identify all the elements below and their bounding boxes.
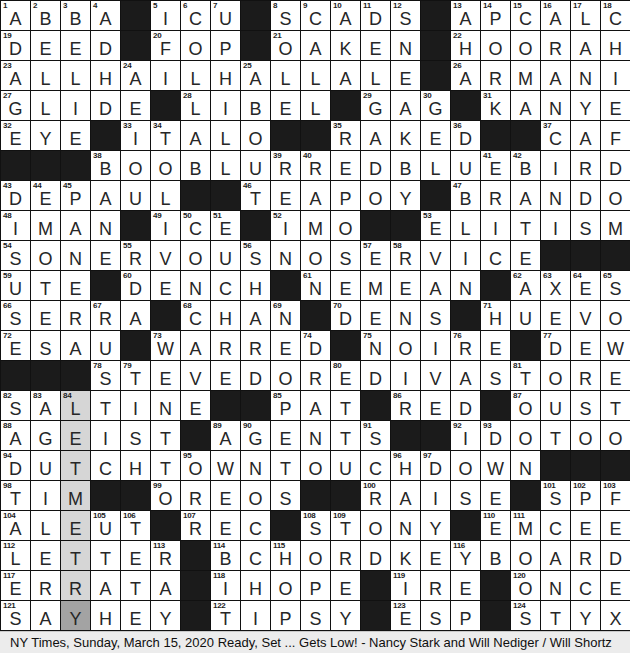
cell-5-7[interactable]: A xyxy=(181,121,211,151)
cell-7-11[interactable]: A xyxy=(301,181,331,211)
cell-4-17[interactable]: 31K xyxy=(481,91,511,121)
cell-16-11[interactable]: O xyxy=(301,451,331,481)
cell-17-16[interactable]: S xyxy=(451,481,481,511)
cell-20-5[interactable]: T xyxy=(121,571,151,601)
cell-3-4[interactable]: H xyxy=(91,61,121,91)
cell-12-10[interactable]: E xyxy=(271,331,301,361)
cell-17-19[interactable]: 101S xyxy=(541,481,571,511)
cell-14-19[interactable]: U xyxy=(541,391,571,421)
cell-14-5[interactable]: I xyxy=(121,391,151,421)
cell-2-14[interactable]: N xyxy=(391,31,421,61)
cell-2-16[interactable]: 22H xyxy=(451,31,481,61)
cell-16-7[interactable]: 95O xyxy=(181,451,211,481)
cell-4-7[interactable]: 28L xyxy=(181,91,211,121)
cell-5-6[interactable]: 34T xyxy=(151,121,181,151)
cell-13-15[interactable]: V xyxy=(421,361,451,391)
cell-15-10[interactable]: E xyxy=(271,421,301,451)
cell-8-4[interactable]: N xyxy=(91,211,121,241)
cell-19-14[interactable]: K xyxy=(391,541,421,571)
cell-8-11[interactable]: M xyxy=(301,211,331,241)
cell-12-17[interactable]: E xyxy=(481,331,511,361)
cell-13-12[interactable]: 80E xyxy=(331,361,361,391)
cell-1-16[interactable]: 13A xyxy=(451,1,481,31)
cell-11-13[interactable]: E xyxy=(361,301,391,331)
cell-14-14[interactable]: 86R xyxy=(391,391,421,421)
cell-11-12[interactable]: 70D xyxy=(331,301,361,331)
cell-5-3[interactable]: E xyxy=(61,121,91,151)
cell-17-14[interactable]: A xyxy=(391,481,421,511)
cell-18-14[interactable]: N xyxy=(391,511,421,541)
cell-6-6[interactable]: O xyxy=(151,151,181,181)
cell-16-18[interactable]: N xyxy=(511,451,541,481)
cell-21-10[interactable]: P xyxy=(271,601,301,631)
cell-11-3[interactable]: R xyxy=(61,301,91,331)
cell-14-2[interactable]: 83A xyxy=(31,391,61,421)
cell-18-1[interactable]: 104A xyxy=(1,511,31,541)
cell-16-14[interactable]: 96H xyxy=(391,451,421,481)
cell-19-9[interactable]: C xyxy=(241,541,271,571)
cell-9-6[interactable]: V xyxy=(151,241,181,271)
cell-7-5[interactable]: U xyxy=(121,181,151,211)
cell-15-11[interactable]: N xyxy=(301,421,331,451)
cell-18-5[interactable]: 106T xyxy=(121,511,151,541)
cell-3-3[interactable]: L xyxy=(61,61,91,91)
cell-18-7[interactable]: 107R xyxy=(181,511,211,541)
cell-8-12[interactable]: O xyxy=(331,211,361,241)
cell-19-8[interactable]: 114B xyxy=(211,541,241,571)
cell-5-9[interactable]: O xyxy=(241,121,271,151)
cell-9-8[interactable]: U xyxy=(211,241,241,271)
cell-16-13[interactable]: C xyxy=(361,451,391,481)
cell-2-6[interactable]: 20F xyxy=(151,31,181,61)
cell-19-6[interactable]: 113R xyxy=(151,541,181,571)
cell-10-13[interactable]: M xyxy=(361,271,391,301)
cell-15-21[interactable]: O xyxy=(601,421,630,451)
cell-7-13[interactable]: O xyxy=(361,181,391,211)
cell-7-3[interactable]: 45P xyxy=(61,181,91,211)
cell-9-13[interactable]: 57E xyxy=(361,241,391,271)
cell-12-9[interactable]: R xyxy=(241,331,271,361)
cell-13-11[interactable]: R xyxy=(301,361,331,391)
cell-6-20[interactable]: R xyxy=(571,151,601,181)
cell-4-18[interactable]: A xyxy=(511,91,541,121)
cell-11-9[interactable]: A xyxy=(241,301,271,331)
cell-6-11[interactable]: 40R xyxy=(301,151,331,181)
cell-1-2[interactable]: 2B xyxy=(31,1,61,31)
cell-8-17[interactable]: I xyxy=(481,211,511,241)
cell-6-19[interactable]: I xyxy=(541,151,571,181)
cell-8-18[interactable]: T xyxy=(511,211,541,241)
cell-16-1[interactable]: 94D xyxy=(1,451,31,481)
cell-4-15[interactable]: 30G xyxy=(421,91,451,121)
cell-7-4[interactable]: A xyxy=(91,181,121,211)
cell-3-6[interactable]: I xyxy=(151,61,181,91)
cell-11-15[interactable]: S xyxy=(421,301,451,331)
cell-20-16[interactable]: E xyxy=(451,571,481,601)
cell-5-21[interactable]: F xyxy=(601,121,630,151)
cell-17-2[interactable]: I xyxy=(31,481,61,511)
cell-6-4[interactable]: 38B xyxy=(91,151,121,181)
cell-4-19[interactable]: N xyxy=(541,91,571,121)
cell-6-5[interactable]: O xyxy=(121,151,151,181)
cell-9-11[interactable]: O xyxy=(301,241,331,271)
cell-6-12[interactable]: E xyxy=(331,151,361,181)
cell-18-4[interactable]: 105U xyxy=(91,511,121,541)
cell-12-2[interactable]: S xyxy=(31,331,61,361)
cell-3-16[interactable]: 26A xyxy=(451,61,481,91)
cell-13-6[interactable]: E xyxy=(151,361,181,391)
cell-15-19[interactable]: T xyxy=(541,421,571,451)
cell-4-14[interactable]: A xyxy=(391,91,421,121)
cell-5-16[interactable]: 36D xyxy=(451,121,481,151)
cell-5-2[interactable]: Y xyxy=(31,121,61,151)
cell-7-10[interactable]: E xyxy=(271,181,301,211)
cell-16-2[interactable]: U xyxy=(31,451,61,481)
cell-19-19[interactable]: A xyxy=(541,541,571,571)
cell-13-7[interactable]: V xyxy=(181,361,211,391)
cell-19-5[interactable]: E xyxy=(121,541,151,571)
cell-15-1[interactable]: 88A xyxy=(1,421,31,451)
cell-1-4[interactable]: 4A xyxy=(91,1,121,31)
cell-18-11[interactable]: 108S xyxy=(301,511,331,541)
cell-4-1[interactable]: 27G xyxy=(1,91,31,121)
cell-7-16[interactable]: 47B xyxy=(451,181,481,211)
cell-5-1[interactable]: 32E xyxy=(1,121,31,151)
cell-3-5[interactable]: 24A xyxy=(121,61,151,91)
cell-19-15[interactable]: E xyxy=(421,541,451,571)
cell-14-18[interactable]: 87O xyxy=(511,391,541,421)
cell-13-13[interactable]: D xyxy=(361,361,391,391)
cell-7-19[interactable]: N xyxy=(541,181,571,211)
cell-4-8[interactable]: I xyxy=(211,91,241,121)
cell-9-3[interactable]: N xyxy=(61,241,91,271)
cell-10-16[interactable]: N xyxy=(451,271,481,301)
cell-15-16[interactable]: 92I xyxy=(451,421,481,451)
cell-13-20[interactable]: R xyxy=(571,361,601,391)
cell-13-18[interactable]: 81T xyxy=(511,361,541,391)
cell-6-16[interactable]: U xyxy=(451,151,481,181)
cell-10-1[interactable]: 59U xyxy=(1,271,31,301)
cell-2-7[interactable]: O xyxy=(181,31,211,61)
cell-12-15[interactable]: I xyxy=(421,331,451,361)
cell-13-19[interactable]: O xyxy=(541,361,571,391)
cell-6-17[interactable]: 41E xyxy=(481,151,511,181)
cell-5-5[interactable]: 33I xyxy=(121,121,151,151)
cell-3-14[interactable]: E xyxy=(391,61,421,91)
cell-20-3[interactable]: R xyxy=(61,571,91,601)
cell-5-8[interactable]: L xyxy=(211,121,241,151)
cell-1-6[interactable]: 5I xyxy=(151,1,181,31)
cell-10-12[interactable]: E xyxy=(331,271,361,301)
cell-10-3[interactable]: E xyxy=(61,271,91,301)
cell-2-19[interactable]: R xyxy=(541,31,571,61)
cell-12-1[interactable]: 72E xyxy=(1,331,31,361)
cell-6-15[interactable]: L xyxy=(421,151,451,181)
cell-12-21[interactable]: W xyxy=(601,331,630,361)
cell-15-20[interactable]: O xyxy=(571,421,601,451)
cell-1-11[interactable]: 9C xyxy=(301,1,331,31)
cell-21-15[interactable]: S xyxy=(421,601,451,631)
cell-21-11[interactable]: S xyxy=(301,601,331,631)
cell-19-1[interactable]: 112L xyxy=(1,541,31,571)
cell-6-21[interactable]: D xyxy=(601,151,630,181)
cell-15-8[interactable]: 89A xyxy=(211,421,241,451)
cell-11-1[interactable]: 66S xyxy=(1,301,31,331)
cell-1-19[interactable]: 16A xyxy=(541,1,571,31)
cell-16-17[interactable]: W xyxy=(481,451,511,481)
cell-21-3[interactable]: Y xyxy=(61,601,91,631)
cell-16-12[interactable]: U xyxy=(331,451,361,481)
cell-1-13[interactable]: 11D xyxy=(361,1,391,31)
cell-13-4[interactable]: 78S xyxy=(91,361,121,391)
cell-20-18[interactable]: 120O xyxy=(511,571,541,601)
cell-21-1[interactable]: 121S xyxy=(1,601,31,631)
cell-18-19[interactable]: C xyxy=(541,511,571,541)
cell-8-8[interactable]: 51E xyxy=(211,211,241,241)
cell-20-1[interactable]: 117E xyxy=(1,571,31,601)
cell-1-12[interactable]: 10A xyxy=(331,1,361,31)
cell-14-12[interactable]: T xyxy=(331,391,361,421)
cell-10-18[interactable]: 62A xyxy=(511,271,541,301)
cell-12-6[interactable]: 73W xyxy=(151,331,181,361)
cell-6-14[interactable]: B xyxy=(391,151,421,181)
cell-8-10[interactable]: 52I xyxy=(271,211,301,241)
cell-3-20[interactable]: N xyxy=(571,61,601,91)
cell-14-6[interactable]: N xyxy=(151,391,181,421)
cell-19-13[interactable]: D xyxy=(361,541,391,571)
cell-12-16[interactable]: 76R xyxy=(451,331,481,361)
cell-11-10[interactable]: 69N xyxy=(271,301,301,331)
cell-9-7[interactable]: O xyxy=(181,241,211,271)
cell-7-2[interactable]: 44E xyxy=(31,181,61,211)
cell-7-9[interactable]: 46T xyxy=(241,181,271,211)
cell-19-4[interactable]: T xyxy=(91,541,121,571)
cell-11-7[interactable]: 68C xyxy=(181,301,211,331)
cell-19-3[interactable]: T xyxy=(61,541,91,571)
cell-14-21[interactable]: T xyxy=(601,391,630,421)
cell-20-19[interactable]: N xyxy=(541,571,571,601)
cell-5-14[interactable]: K xyxy=(391,121,421,151)
cell-17-15[interactable]: I xyxy=(421,481,451,511)
cell-8-7[interactable]: 50C xyxy=(181,211,211,241)
cell-14-1[interactable]: 82S xyxy=(1,391,31,421)
cell-1-3[interactable]: 3B xyxy=(61,1,91,31)
cell-10-11[interactable]: 61N xyxy=(301,271,331,301)
cell-2-10[interactable]: 21O xyxy=(271,31,301,61)
cell-17-1[interactable]: 98T xyxy=(1,481,31,511)
cell-12-20[interactable]: E xyxy=(571,331,601,361)
cell-12-8[interactable]: R xyxy=(211,331,241,361)
cell-19-12[interactable]: R xyxy=(331,541,361,571)
cell-13-9[interactable]: D xyxy=(241,361,271,391)
cell-7-6[interactable]: L xyxy=(151,181,181,211)
cell-9-9[interactable]: 56S xyxy=(241,241,271,271)
cell-9-4[interactable]: E xyxy=(91,241,121,271)
cell-9-5[interactable]: 55R xyxy=(121,241,151,271)
cell-19-2[interactable]: E xyxy=(31,541,61,571)
cell-8-1[interactable]: 48I xyxy=(1,211,31,241)
cell-3-17[interactable]: R xyxy=(481,61,511,91)
cell-8-15[interactable]: 53E xyxy=(421,211,451,241)
cell-12-13[interactable]: 75N xyxy=(361,331,391,361)
cell-9-1[interactable]: 54S xyxy=(1,241,31,271)
cell-4-10[interactable]: E xyxy=(271,91,301,121)
cell-2-8[interactable]: P xyxy=(211,31,241,61)
cell-15-12[interactable]: T xyxy=(331,421,361,451)
cell-13-8[interactable]: E xyxy=(211,361,241,391)
cell-8-16[interactable]: L xyxy=(451,211,481,241)
cell-12-11[interactable]: 74D xyxy=(301,331,331,361)
cell-11-18[interactable]: U xyxy=(511,301,541,331)
cell-18-17[interactable]: 110E xyxy=(481,511,511,541)
cell-17-21[interactable]: 103F xyxy=(601,481,630,511)
cell-19-10[interactable]: 115H xyxy=(271,541,301,571)
cell-18-9[interactable]: C xyxy=(241,511,271,541)
cell-20-15[interactable]: R xyxy=(421,571,451,601)
cell-1-21[interactable]: 18C xyxy=(601,1,630,31)
cell-10-15[interactable]: A xyxy=(421,271,451,301)
cell-12-4[interactable]: U xyxy=(91,331,121,361)
cell-15-2[interactable]: G xyxy=(31,421,61,451)
cell-3-8[interactable]: H xyxy=(211,61,241,91)
cell-16-8[interactable]: W xyxy=(211,451,241,481)
cell-20-14[interactable]: 119I xyxy=(391,571,421,601)
cell-12-7[interactable]: A xyxy=(181,331,211,361)
cell-1-1[interactable]: 1A xyxy=(1,1,31,31)
cell-11-20[interactable]: V xyxy=(571,301,601,331)
cell-21-6[interactable]: Y xyxy=(151,601,181,631)
cell-6-13[interactable]: D xyxy=(361,151,391,181)
cell-3-12[interactable]: A xyxy=(331,61,361,91)
cell-16-6[interactable]: T xyxy=(151,451,181,481)
cell-17-8[interactable]: E xyxy=(211,481,241,511)
cell-18-18[interactable]: 111M xyxy=(511,511,541,541)
cell-4-13[interactable]: 29G xyxy=(361,91,391,121)
cell-9-17[interactable]: C xyxy=(481,241,511,271)
cell-16-10[interactable]: T xyxy=(271,451,301,481)
cell-7-14[interactable]: Y xyxy=(391,181,421,211)
cell-8-19[interactable]: I xyxy=(541,211,571,241)
cell-15-13[interactable]: 91S xyxy=(361,421,391,451)
cell-4-4[interactable]: D xyxy=(91,91,121,121)
cell-20-8[interactable]: 118I xyxy=(211,571,241,601)
cell-9-12[interactable]: S xyxy=(331,241,361,271)
cell-7-21[interactable]: O xyxy=(601,181,630,211)
cell-4-21[interactable]: E xyxy=(601,91,630,121)
cell-8-3[interactable]: A xyxy=(61,211,91,241)
cell-20-6[interactable]: A xyxy=(151,571,181,601)
cell-16-3[interactable]: T xyxy=(61,451,91,481)
cell-1-10[interactable]: 8S xyxy=(271,1,301,31)
cell-3-18[interactable]: M xyxy=(511,61,541,91)
cell-13-21[interactable]: E xyxy=(601,361,630,391)
cell-17-7[interactable]: R xyxy=(181,481,211,511)
cell-3-10[interactable]: L xyxy=(271,61,301,91)
cell-2-20[interactable]: A xyxy=(571,31,601,61)
cell-21-16[interactable]: P xyxy=(451,601,481,631)
cell-16-15[interactable]: 97D xyxy=(421,451,451,481)
cell-9-16[interactable]: I xyxy=(451,241,481,271)
cell-9-18[interactable]: E xyxy=(511,241,541,271)
cell-21-9[interactable]: I xyxy=(241,601,271,631)
cell-14-16[interactable]: D xyxy=(451,391,481,421)
cell-7-17[interactable]: R xyxy=(481,181,511,211)
cell-11-2[interactable]: E xyxy=(31,301,61,331)
cell-15-5[interactable]: S xyxy=(121,421,151,451)
cell-10-21[interactable]: 65S xyxy=(601,271,630,301)
cell-6-9[interactable]: U xyxy=(241,151,271,181)
cell-15-9[interactable]: 90G xyxy=(241,421,271,451)
cell-18-8[interactable]: E xyxy=(211,511,241,541)
cell-1-7[interactable]: 6C xyxy=(181,1,211,31)
cell-21-21[interactable]: X xyxy=(601,601,630,631)
cell-8-2[interactable]: M xyxy=(31,211,61,241)
cell-21-4[interactable]: H xyxy=(91,601,121,631)
cell-11-21[interactable]: O xyxy=(601,301,630,331)
cell-9-15[interactable]: V xyxy=(421,241,451,271)
cell-15-3[interactable]: E xyxy=(61,421,91,451)
cell-10-14[interactable]: E xyxy=(391,271,421,301)
cell-3-9[interactable]: 25A xyxy=(241,61,271,91)
cell-12-14[interactable]: O xyxy=(391,331,421,361)
cell-5-13[interactable]: A xyxy=(361,121,391,151)
cell-19-20[interactable]: R xyxy=(571,541,601,571)
cell-6-7[interactable]: B xyxy=(181,151,211,181)
cell-11-17[interactable]: 71H xyxy=(481,301,511,331)
cell-3-19[interactable]: A xyxy=(541,61,571,91)
cell-14-15[interactable]: E xyxy=(421,391,451,421)
cell-12-19[interactable]: 77D xyxy=(541,331,571,361)
cell-21-18[interactable]: 124S xyxy=(511,601,541,631)
cell-6-18[interactable]: 42B xyxy=(511,151,541,181)
cell-3-21[interactable]: I xyxy=(601,61,630,91)
cell-5-15[interactable]: E xyxy=(421,121,451,151)
cell-3-11[interactable]: L xyxy=(301,61,331,91)
cell-5-19[interactable]: 37C xyxy=(541,121,571,151)
cell-2-1[interactable]: 19D xyxy=(1,31,31,61)
cell-11-19[interactable]: E xyxy=(541,301,571,331)
cell-4-11[interactable]: L xyxy=(301,91,331,121)
cell-18-13[interactable]: O xyxy=(361,511,391,541)
cell-8-20[interactable]: S xyxy=(571,211,601,241)
cell-4-5[interactable]: E xyxy=(121,91,151,121)
cell-5-12[interactable]: 35R xyxy=(331,121,361,151)
cell-12-3[interactable]: A xyxy=(61,331,91,361)
cell-6-10[interactable]: 39R xyxy=(271,151,301,181)
cell-21-20[interactable]: Y xyxy=(571,601,601,631)
cell-2-3[interactable]: E xyxy=(61,31,91,61)
cell-17-6[interactable]: 99O xyxy=(151,481,181,511)
cell-13-14[interactable]: I xyxy=(391,361,421,391)
cell-13-16[interactable]: A xyxy=(451,361,481,391)
cell-19-16[interactable]: 116Y xyxy=(451,541,481,571)
cell-10-9[interactable]: H xyxy=(241,271,271,301)
cell-4-9[interactable]: B xyxy=(241,91,271,121)
cell-16-4[interactable]: C xyxy=(91,451,121,481)
cell-18-2[interactable]: L xyxy=(31,511,61,541)
cell-10-6[interactable]: E xyxy=(151,271,181,301)
cell-14-11[interactable]: A xyxy=(301,391,331,421)
cell-17-20[interactable]: 102P xyxy=(571,481,601,511)
cell-10-2[interactable]: T xyxy=(31,271,61,301)
cell-1-14[interactable]: 12S xyxy=(391,1,421,31)
cell-10-5[interactable]: 60D xyxy=(121,271,151,301)
cell-8-21[interactable]: M xyxy=(601,211,630,241)
cell-7-12[interactable]: P xyxy=(331,181,361,211)
cell-11-14[interactable]: N xyxy=(391,301,421,331)
cell-10-7[interactable]: N xyxy=(181,271,211,301)
cell-17-10[interactable]: S xyxy=(271,481,301,511)
